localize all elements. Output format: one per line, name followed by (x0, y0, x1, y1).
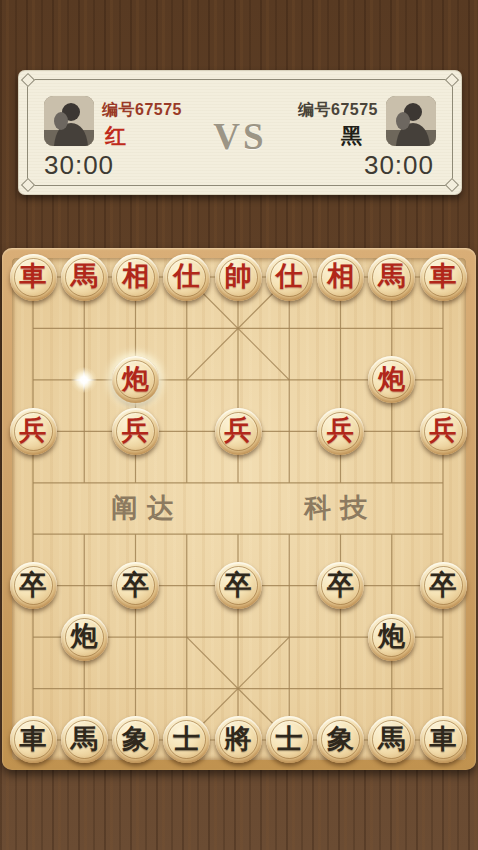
piece-character: 馬 (61, 716, 108, 763)
piece-black-卒[interactable]: 卒 (215, 562, 262, 609)
piece-character: 兵 (10, 408, 57, 455)
frame-corner-ornament (445, 73, 459, 87)
black-player-name: 黑 (341, 122, 362, 150)
piece-character: 車 (420, 254, 467, 301)
piece-red-馬[interactable]: 馬 (368, 254, 415, 301)
piece-character: 兵 (317, 408, 364, 455)
piece-red-車[interactable]: 車 (420, 254, 467, 301)
piece-character: 卒 (112, 562, 159, 609)
piece-character: 車 (10, 254, 57, 301)
piece-character: 兵 (112, 408, 159, 455)
piece-black-馬[interactable]: 馬 (61, 716, 108, 763)
piece-character: 卒 (215, 562, 262, 609)
piece-character: 炮 (368, 614, 415, 661)
piece-red-兵[interactable]: 兵 (317, 408, 364, 455)
frame-corner-ornament (21, 178, 35, 192)
piece-character: 卒 (317, 562, 364, 609)
piece-black-將[interactable]: 將 (215, 716, 262, 763)
piece-red-相[interactable]: 相 (112, 254, 159, 301)
piece-black-士[interactable]: 士 (163, 716, 210, 763)
piece-red-兵[interactable]: 兵 (10, 408, 57, 455)
piece-character: 卒 (10, 562, 57, 609)
piece-character: 相 (317, 254, 364, 301)
board-grid-lines (2, 248, 476, 770)
piece-character: 馬 (61, 254, 108, 301)
piece-character: 兵 (420, 408, 467, 455)
piece-red-炮[interactable]: 炮 (368, 356, 415, 403)
piece-black-士[interactable]: 士 (266, 716, 313, 763)
piece-character: 仕 (163, 254, 210, 301)
piece-character: 相 (112, 254, 159, 301)
piece-black-車[interactable]: 車 (420, 716, 467, 763)
piece-character: 象 (317, 716, 364, 763)
piece-black-象[interactable]: 象 (317, 716, 364, 763)
piece-character: 士 (163, 716, 210, 763)
avatar-person-icon (386, 96, 436, 146)
black-player-id: 编号67575 (298, 100, 378, 121)
piece-red-兵[interactable]: 兵 (112, 408, 159, 455)
match-header-card: 编号67575 红 30:00 VS 编号67575 黑 30:00 (18, 70, 462, 195)
piece-character: 車 (10, 716, 57, 763)
frame-corner-ornament (21, 73, 35, 87)
piece-character: 卒 (420, 562, 467, 609)
piece-character: 馬 (368, 254, 415, 301)
piece-red-相[interactable]: 相 (317, 254, 364, 301)
piece-red-車[interactable]: 車 (10, 254, 57, 301)
black-player-avatar[interactable] (386, 96, 436, 146)
piece-black-炮[interactable]: 炮 (368, 614, 415, 661)
black-player-clock: 30:00 (364, 150, 434, 181)
river-text-left: 阐达 (102, 490, 183, 526)
piece-black-卒[interactable]: 卒 (420, 562, 467, 609)
piece-black-象[interactable]: 象 (112, 716, 159, 763)
piece-character: 仕 (266, 254, 313, 301)
piece-character: 馬 (368, 716, 415, 763)
piece-black-卒[interactable]: 卒 (112, 562, 159, 609)
piece-red-仕[interactable]: 仕 (163, 254, 210, 301)
piece-character: 炮 (112, 356, 159, 403)
piece-character: 將 (215, 716, 262, 763)
piece-character: 帥 (215, 254, 262, 301)
piece-red-馬[interactable]: 馬 (61, 254, 108, 301)
piece-red-炮[interactable]: 炮 (112, 356, 159, 403)
river-text-right: 科技 (295, 490, 376, 526)
piece-black-炮[interactable]: 炮 (61, 614, 108, 661)
piece-black-卒[interactable]: 卒 (317, 562, 364, 609)
piece-red-兵[interactable]: 兵 (420, 408, 467, 455)
piece-character: 炮 (368, 356, 415, 403)
piece-character: 士 (266, 716, 313, 763)
piece-black-卒[interactable]: 卒 (10, 562, 57, 609)
piece-red-仕[interactable]: 仕 (266, 254, 313, 301)
piece-black-馬[interactable]: 馬 (368, 716, 415, 763)
piece-character: 兵 (215, 408, 262, 455)
piece-red-兵[interactable]: 兵 (215, 408, 262, 455)
piece-character: 車 (420, 716, 467, 763)
game-screen: 编号67575 红 30:00 VS 编号67575 黑 30:00 阐达 科技… (0, 0, 478, 850)
piece-character: 炮 (61, 614, 108, 661)
frame-corner-ornament (445, 178, 459, 192)
xiangqi-board[interactable]: 阐达 科技 車馬相仕帥仕相馬車炮炮兵兵兵兵兵卒卒卒卒卒炮炮車馬象士將士象馬車 (2, 248, 476, 770)
piece-red-帥[interactable]: 帥 (215, 254, 262, 301)
piece-character: 象 (112, 716, 159, 763)
piece-black-車[interactable]: 車 (10, 716, 57, 763)
